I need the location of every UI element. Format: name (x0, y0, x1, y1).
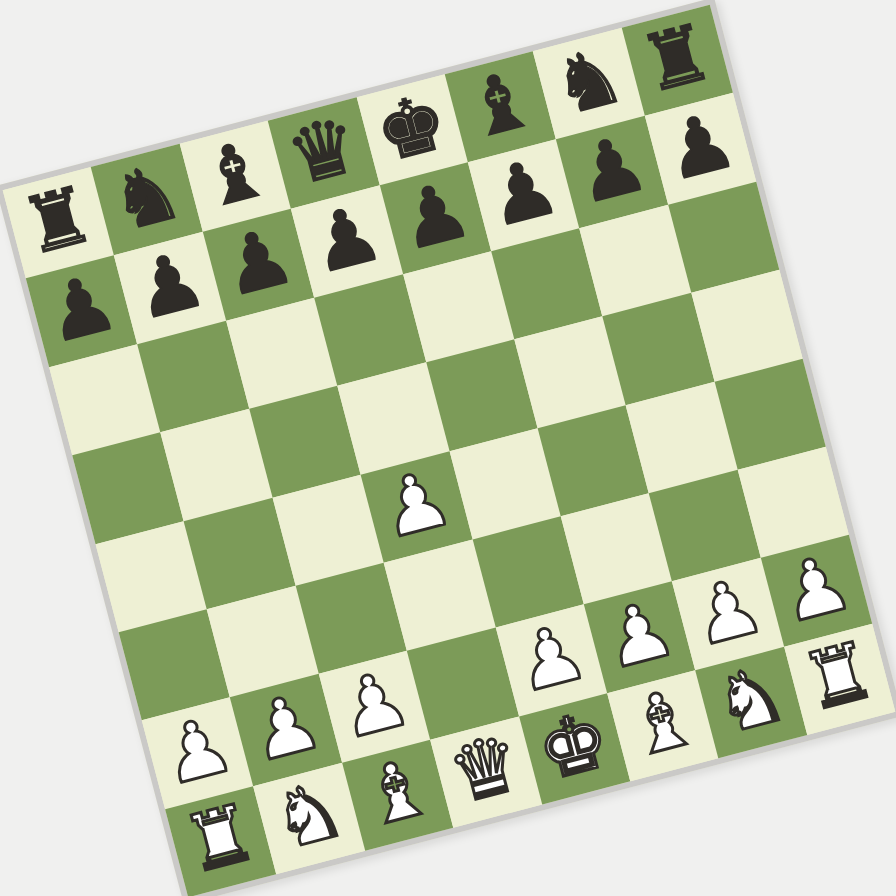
piece-black-pawn-a7[interactable]: ♟ (37, 262, 124, 355)
piece-white-pawn-b2[interactable]: ♟ (242, 680, 329, 773)
piece-black-pawn-d7[interactable]: ♟ (302, 192, 389, 285)
piece-white-bishop-f1[interactable]: ♝ (618, 676, 705, 769)
piece-white-pawn-e2[interactable]: ♟ (507, 611, 594, 704)
page-background: ♜♞♝♛♚♝♞♜♟♟♟♟♟♟♟♟♟♟♟♟♟♟♟♟♜♞♝♛♚♝♞♜ (0, 0, 896, 896)
chess-board-grid: ♜♞♝♛♚♝♞♜♟♟♟♟♟♟♟♟♟♟♟♟♟♟♟♟♜♞♝♛♚♝♞♜ (3, 5, 896, 896)
piece-black-knight-g8[interactable]: ♞ (544, 34, 631, 127)
chess-board: ♜♞♝♛♚♝♞♜♟♟♟♟♟♟♟♟♟♟♟♟♟♟♟♟♜♞♝♛♚♝♞♜ (0, 0, 896, 896)
piece-white-king-e1[interactable]: ♚ (530, 699, 617, 792)
piece-black-king-e8[interactable]: ♚ (368, 81, 455, 174)
piece-black-rook-a8[interactable]: ♜ (14, 173, 101, 266)
piece-black-queen-d8[interactable]: ♛ (279, 104, 366, 197)
piece-black-bishop-f8[interactable]: ♝ (456, 57, 543, 150)
piece-black-knight-b8[interactable]: ♞ (102, 150, 189, 243)
piece-white-pawn-g2[interactable]: ♟ (683, 564, 770, 657)
piece-white-queen-d1[interactable]: ♛ (441, 722, 528, 815)
piece-black-pawn-f7[interactable]: ♟ (479, 146, 566, 239)
piece-black-pawn-g7[interactable]: ♟ (568, 123, 655, 216)
piece-white-knight-b1[interactable]: ♞ (265, 769, 352, 862)
piece-white-rook-h1[interactable]: ♜ (795, 630, 882, 723)
piece-black-pawn-h7[interactable]: ♟ (656, 99, 743, 192)
piece-black-bishop-c8[interactable]: ♝ (191, 127, 278, 220)
piece-white-pawn-h2[interactable]: ♟ (772, 541, 859, 634)
piece-white-pawn-d4[interactable]: ♟ (372, 457, 459, 550)
piece-black-pawn-e7[interactable]: ♟ (391, 169, 478, 262)
piece-black-pawn-c7[interactable]: ♟ (214, 215, 301, 308)
piece-white-knight-g1[interactable]: ♞ (707, 653, 794, 746)
piece-white-pawn-f2[interactable]: ♟ (595, 588, 682, 681)
piece-white-bishop-c1[interactable]: ♝ (353, 746, 440, 839)
piece-white-rook-a1[interactable]: ♜ (176, 792, 263, 885)
piece-black-rook-h8[interactable]: ♜ (633, 11, 720, 104)
piece-white-pawn-c2[interactable]: ♟ (330, 657, 417, 750)
piece-black-pawn-b7[interactable]: ♟ (126, 239, 213, 332)
piece-white-pawn-a2[interactable]: ♟ (153, 704, 240, 797)
